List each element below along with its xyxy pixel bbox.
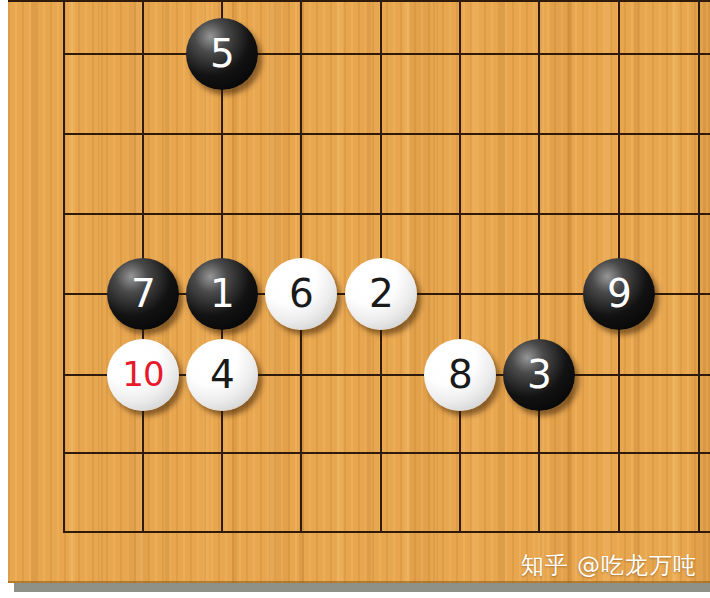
grid-line-v — [538, 0, 540, 533]
move-number: 9 — [607, 274, 631, 313]
grid-line-h — [63, 531, 710, 533]
watermark: 知乎 @吃龙万吨 — [521, 550, 697, 581]
go-stone-white-6: 6 — [265, 258, 337, 330]
move-number: 5 — [210, 34, 234, 73]
move-number: 4 — [210, 355, 234, 394]
board-edge-shadow — [14, 583, 710, 592]
move-number: 6 — [289, 274, 313, 313]
go-stone-white-10: 10 — [107, 339, 179, 411]
grid-line-h — [63, 452, 710, 454]
move-number: 8 — [448, 355, 472, 394]
move-number: 2 — [369, 274, 393, 313]
go-stone-white-8: 8 — [424, 339, 496, 411]
go-stone-white-2: 2 — [345, 258, 417, 330]
grid-line-h-cropped-top — [8, 0, 710, 2]
grid-line-h — [63, 53, 710, 55]
grid-line-v — [459, 0, 461, 533]
grid-line-h — [63, 133, 710, 135]
move-number: 3 — [527, 355, 551, 394]
go-stone-black-5: 5 — [186, 18, 258, 90]
move-number: 1 — [210, 274, 234, 313]
go-stone-white-4: 4 — [186, 339, 258, 411]
move-number: 7 — [131, 274, 155, 313]
grid-line-h — [63, 213, 710, 215]
move-number: 10 — [122, 357, 163, 391]
go-stone-black-7: 7 — [107, 258, 179, 330]
grid-line-v — [63, 0, 65, 533]
go-diagram: 知乎 @吃龙万吨 12345678910 — [0, 0, 710, 598]
go-stone-black-9: 9 — [583, 258, 655, 330]
grid-line-v — [698, 0, 700, 533]
go-stone-black-3: 3 — [503, 339, 575, 411]
go-stone-black-1: 1 — [186, 258, 258, 330]
